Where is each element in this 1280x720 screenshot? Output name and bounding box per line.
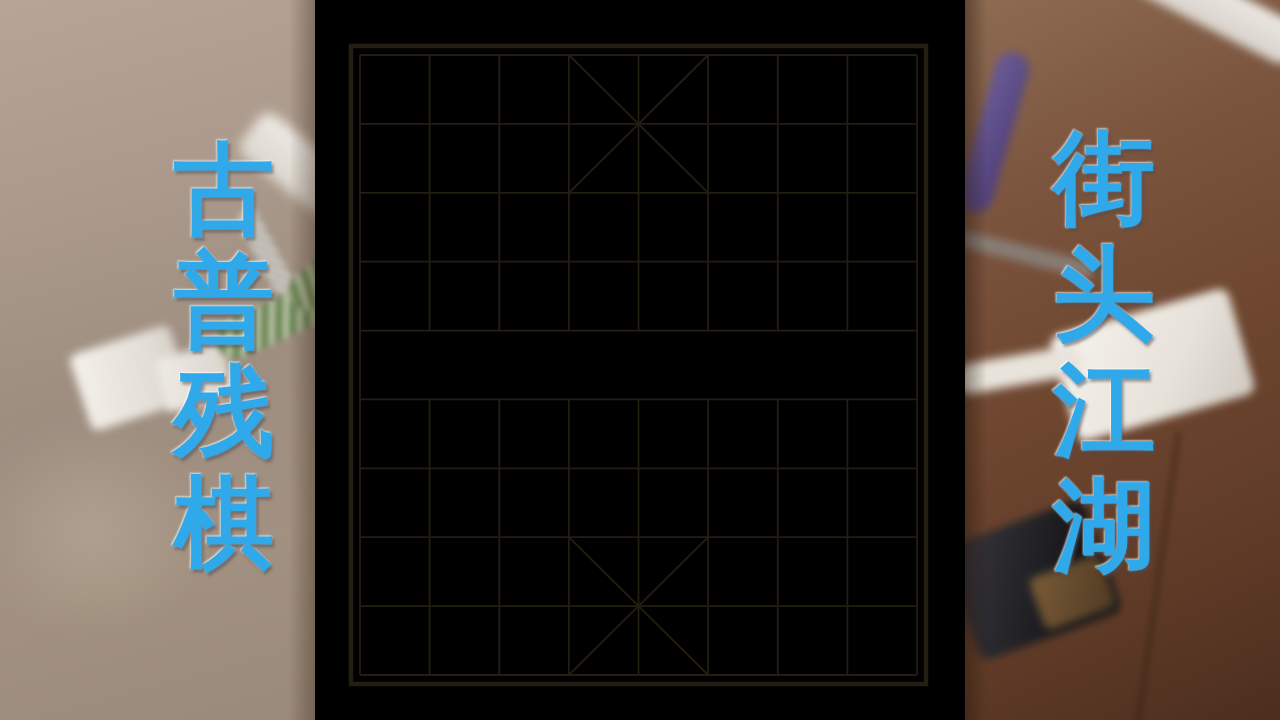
caption-char: 街: [1048, 120, 1160, 236]
caption-char: 普: [168, 245, 280, 356]
right-caption: 街头江湖: [1048, 120, 1160, 584]
board-grid: [315, 0, 965, 720]
caption-char: 头: [1048, 236, 1160, 352]
left-caption: 古普残棋: [168, 134, 280, 578]
white-cable-top-photo: [1078, 0, 1280, 71]
screenshot-stage: { "game": "xiangqi", "position": { "fen"…: [0, 0, 1280, 720]
caption-char: 江: [1048, 352, 1160, 468]
caption-char: 湖: [1048, 468, 1160, 584]
xiangqi-board[interactable]: 楚河 漢界 古普象棋 車馬象士将士象車炮馬卒卒卒卒卒炮兵兵兵兵兵砲砲車車馬相仕帥…: [315, 0, 965, 720]
caption-char: 残: [168, 356, 280, 467]
left-panel-shadow: [289, 0, 315, 720]
caption-char: 古: [168, 134, 280, 245]
caption-char: 棋: [168, 467, 280, 578]
right-panel-shadow: [965, 0, 987, 720]
